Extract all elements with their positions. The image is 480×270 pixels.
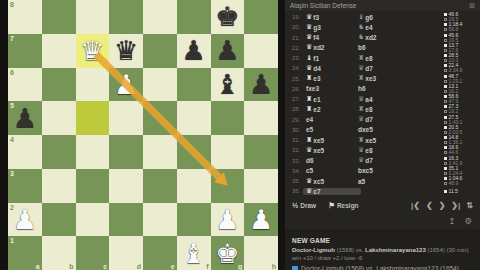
nav-first-button[interactable]: |❮ [411, 201, 420, 210]
figurine-icon: ♛ [306, 24, 312, 31]
figurine-icon: ♛ [358, 96, 364, 103]
move-text: e8 [365, 147, 372, 154]
figurine-icon: ♜ [306, 96, 312, 103]
black-clock-square-icon [444, 39, 447, 42]
white-clock-square-icon [444, 64, 447, 67]
square-d3[interactable] [109, 169, 143, 203]
black-move[interactable]: h6 [358, 85, 410, 92]
game-panel: Alapin Sicilian Defense ⊞ 19.♛f3♝g646.61… [285, 0, 480, 270]
figurine-icon: ♛ [306, 178, 312, 185]
black-move[interactable]: ♜e8 [358, 55, 410, 62]
figurine-icon: ♜ [306, 137, 312, 144]
square-g8[interactable]: ♚ [211, 0, 245, 34]
white-player-rating: (1568) [337, 247, 354, 253]
square-a5[interactable]: 5♟ [8, 101, 42, 135]
move-text: fxe3 [306, 85, 319, 92]
move-text: xe5 [313, 147, 324, 154]
piece-white-pawn[interactable]: ♟ [109, 68, 143, 102]
move-number: 24. [292, 65, 306, 71]
settings-gear-icon[interactable]: ⚙ [464, 216, 472, 226]
black-move[interactable]: ♝g6 [358, 14, 410, 21]
black-player-name[interactable]: Lakshminarayana123 [365, 247, 426, 253]
white-clock-square-icon [444, 116, 447, 119]
move-times: 22.43:34.9 [444, 63, 476, 73]
square-h2[interactable]: ♟ [244, 203, 278, 237]
square-a8[interactable]: 8 [8, 0, 42, 34]
figurine-icon: ♞ [358, 24, 364, 31]
black-clock-square-icon [444, 80, 447, 83]
square-g3[interactable] [211, 169, 245, 203]
move-number: 19. [292, 14, 306, 20]
move-text: c7 [313, 188, 320, 195]
figurine-icon: ♛ [306, 14, 312, 21]
move-row: 32.♛xe5♛e818.644.6 [285, 145, 480, 155]
move-text: g3 [313, 24, 321, 31]
move-text: xd2 [365, 34, 376, 41]
white-player-name[interactable]: Doctor-Ligmuh [292, 247, 335, 253]
black-move[interactable]: ♜e8 [358, 106, 410, 113]
move-text: e5 [306, 126, 313, 133]
move-text: e3 [313, 75, 320, 82]
move-number: 32. [292, 147, 306, 153]
white-clock-square-icon [444, 136, 447, 139]
white-move[interactable]: e4 [306, 116, 358, 123]
black-clock-square-icon [444, 49, 447, 52]
white-move[interactable]: ♜e2 [306, 106, 358, 113]
file-label-a: a [36, 263, 40, 270]
black-clock-square-icon [444, 110, 447, 113]
figurine-icon: ♜ [306, 106, 312, 113]
square-g5[interactable] [211, 101, 245, 135]
piece-black-pawn[interactable]: ♟ [8, 101, 42, 135]
move-times: 11.5 [444, 189, 476, 194]
piece-black-bishop[interactable]: ♝ [211, 68, 245, 102]
move-text: d6 [306, 157, 314, 164]
black-clock-square-icon [444, 162, 447, 165]
piece-black-queen[interactable]: ♛ [109, 34, 143, 68]
file-label-b: b [69, 263, 73, 270]
white-move[interactable]: e5 [306, 126, 358, 133]
square-h7[interactable] [244, 34, 278, 68]
utility-icons-row: ↥ ⚙ [285, 213, 480, 229]
black-move[interactable]: ♛d7 [358, 65, 410, 72]
white-move[interactable]: ♜xe5 [306, 137, 358, 144]
white-clock-square-icon [444, 54, 447, 57]
piece-white-queen[interactable]: ♛ [76, 34, 110, 68]
square-e5[interactable] [143, 101, 177, 135]
file-label-d: d [137, 263, 141, 270]
square-b8[interactable] [42, 0, 76, 34]
black-clock-square-icon [444, 59, 447, 62]
square-c6[interactable] [76, 68, 110, 102]
move-number: 26. [292, 86, 306, 92]
move-number: 34. [292, 168, 306, 174]
piece-black-pawn[interactable]: ♟ [244, 68, 278, 102]
move-number: 22. [292, 45, 306, 51]
square-h5[interactable] [244, 101, 278, 135]
square-d1[interactable]: d [109, 236, 143, 270]
move-number: 31. [292, 137, 306, 143]
move-list: 19.♛f3♝g646.619.520.♛g3♞e41:18.459.821.♛… [285, 11, 480, 198]
square-e6[interactable] [143, 68, 177, 102]
black-move[interactable]: ♜xe5 [358, 137, 410, 144]
rank-label-3: 3 [10, 170, 14, 177]
move-number: 28. [292, 106, 306, 112]
square-d4[interactable] [109, 135, 143, 169]
rank-label-7: 7 [10, 35, 14, 42]
square-h3[interactable] [244, 169, 278, 203]
black-move[interactable]: b6 [358, 44, 410, 51]
move-text: e8 [365, 106, 372, 113]
resign-label: Resign [337, 202, 359, 209]
black-clock-square-icon [444, 18, 447, 21]
white-move[interactable]: ♛f4 [306, 34, 358, 41]
square-c3[interactable] [76, 169, 110, 203]
black-clock-square-icon [444, 172, 447, 175]
black-clock-square-icon [444, 100, 447, 103]
square-g7[interactable]: ♟ [211, 34, 245, 68]
square-f5[interactable] [177, 101, 211, 135]
move-text: a4 [365, 96, 372, 103]
rank-label-1: 1 [10, 237, 14, 244]
piece-white-pawn[interactable]: ♟ [8, 203, 42, 237]
square-f2[interactable] [177, 203, 211, 237]
white-move[interactable]: ♛c7 [303, 188, 361, 195]
square-g2[interactable]: ♟ [211, 203, 245, 237]
square-d5[interactable] [109, 101, 143, 135]
white-move[interactable]: ♛g3 [306, 24, 358, 31]
opening-header: Alapin Sicilian Defense ⊞ [285, 0, 480, 11]
square-d6[interactable]: ♟ [109, 68, 143, 102]
move-text: g6 [365, 14, 373, 21]
time-value: 48.9 [449, 181, 459, 186]
square-g1[interactable]: g♚ [211, 236, 245, 270]
matchup-line: Doctor-Ligmuh (1568) vs. Lakshminarayana… [292, 247, 473, 253]
square-h8[interactable] [244, 0, 278, 34]
black-clock-square-icon [444, 69, 447, 72]
black-move[interactable]: ♛d7 [358, 157, 410, 164]
flip-board-button[interactable]: ⇅ [466, 201, 473, 210]
new-game-section: NEW GAME Doctor-Ligmuh (1568) vs. Lakshm… [285, 229, 480, 270]
square-d2[interactable] [109, 203, 143, 237]
figurine-icon: ♛ [306, 44, 312, 51]
square-e4[interactable] [143, 135, 177, 169]
half-point-icon: ½ [292, 201, 298, 210]
square-a6[interactable]: 6 [8, 68, 42, 102]
black-move[interactable]: a5 [358, 178, 410, 185]
rank-label-4: 4 [10, 136, 14, 143]
opening-book-icon[interactable]: ⊞ [469, 2, 475, 10]
move-text: d7 [365, 157, 373, 164]
black-move[interactable]: dxe5 [358, 126, 410, 133]
time-control: (30 min) [446, 247, 468, 253]
white-clock-square-icon [444, 44, 447, 47]
move-text: e8 [365, 55, 372, 62]
white-clock-square-icon [444, 146, 447, 149]
square-b1[interactable]: b [42, 236, 76, 270]
move-number: 25. [292, 76, 306, 82]
rank-label-8: 8 [10, 1, 14, 8]
white-move[interactable]: d6 [306, 157, 358, 164]
nav-last-button[interactable]: ❯| [451, 201, 460, 210]
challenge-type-icon [292, 266, 298, 270]
move-text: xd2 [313, 44, 324, 51]
move-text: d7 [365, 65, 373, 72]
square-h6[interactable]: ♟ [244, 68, 278, 102]
share-icon[interactable]: ↥ [448, 216, 455, 226]
move-text: b6 [358, 44, 366, 51]
square-d8[interactable] [109, 0, 143, 34]
nav-prev-button[interactable]: ❮ [426, 201, 433, 210]
figurine-icon: ♞ [358, 34, 364, 41]
move-number: 35. [292, 178, 306, 184]
square-f6[interactable] [177, 68, 211, 102]
white-clock-square-icon [444, 167, 447, 170]
white-move[interactable]: c5 [306, 167, 358, 174]
move-text: bxc5 [358, 167, 373, 174]
draw-button[interactable]: ½ Draw [292, 201, 316, 210]
resign-button[interactable]: ⚑ Resign [328, 201, 358, 210]
square-e7[interactable] [143, 34, 177, 68]
figurine-icon: ♜ [358, 137, 364, 144]
square-b4[interactable] [42, 135, 76, 169]
file-label-e: e [171, 263, 175, 270]
square-b2[interactable] [42, 203, 76, 237]
challenge-text: Doctor-Ligmuh (1568) vs. Lakshminarayana… [301, 265, 459, 270]
move-number: 33. [292, 158, 306, 164]
figurine-icon: ♛ [306, 147, 312, 154]
figurine-icon: ♜ [358, 55, 364, 62]
square-c4[interactable] [76, 135, 110, 169]
move-row: 36.♛c711.5 [285, 186, 480, 196]
white-move[interactable]: ♝f1 [306, 55, 358, 62]
move-text: e4 [306, 116, 313, 123]
move-number: 30. [292, 127, 306, 133]
figurine-icon: ♝ [358, 14, 364, 21]
black-move[interactable]: bxc5 [358, 167, 410, 174]
move-number: 21. [292, 35, 306, 41]
nav-next-button[interactable]: ❯ [439, 201, 446, 210]
square-f3[interactable] [177, 169, 211, 203]
figurine-icon: ♛ [358, 116, 364, 123]
piece-black-pawn[interactable]: ♟ [177, 34, 211, 68]
white-move-time: 11.5 [444, 189, 476, 194]
white-move[interactable]: fxe3 [306, 85, 358, 92]
figurine-icon: ♛ [306, 34, 312, 41]
white-clock-square-icon [444, 105, 447, 108]
square-e1[interactable]: e [143, 236, 177, 270]
vs-label: vs. [356, 247, 364, 253]
move-number: 23. [292, 55, 306, 61]
move-times: 18.644.6 [444, 145, 476, 155]
figurine-icon: ♛ [358, 147, 364, 154]
square-c1[interactable]: c [76, 236, 110, 270]
white-clock-square-icon [444, 95, 447, 98]
square-g4[interactable] [211, 135, 245, 169]
black-move[interactable]: ♛e8 [358, 147, 410, 154]
move-text: dxe5 [358, 126, 373, 133]
square-a3[interactable]: 3 [8, 169, 42, 203]
square-b7[interactable] [42, 34, 76, 68]
white-clock-square-icon [444, 126, 447, 129]
square-c7[interactable]: ♛ [76, 34, 110, 68]
draw-label: Draw [300, 202, 316, 209]
white-clock-square-icon [444, 75, 447, 78]
white-move[interactable]: ♛f3 [306, 14, 358, 21]
white-move[interactable]: ♛xe5 [306, 147, 358, 154]
black-clock-square-icon [444, 131, 447, 134]
figurine-icon: ♛ [306, 188, 312, 195]
figurine-icon: ♛ [306, 65, 312, 72]
move-text: xc5 [313, 178, 324, 185]
white-clock-square-icon [444, 34, 447, 37]
move-times: 27.319.2 [444, 104, 476, 114]
move-row: 28.♜e2♜e827.319.2 [285, 104, 480, 114]
square-a7[interactable]: 7 [8, 34, 42, 68]
square-b6[interactable] [42, 68, 76, 102]
file-label-c: c [103, 263, 107, 270]
square-c8[interactable] [76, 0, 110, 34]
move-text: d4 [313, 65, 321, 72]
move-text: d7 [365, 116, 373, 123]
white-clock-square-icon [444, 190, 447, 193]
black-move[interactable]: ♜xe3 [358, 75, 410, 82]
white-move[interactable]: ♜e1 [306, 96, 358, 103]
square-b3[interactable] [42, 169, 76, 203]
square-b5[interactable] [42, 101, 76, 135]
move-text: e2 [313, 106, 320, 113]
square-f1[interactable]: f♝ [177, 236, 211, 270]
move-row: 35.♛xc5a51:04.648.9 [285, 176, 480, 186]
black-move[interactable]: ♞xd2 [358, 34, 410, 41]
stakes-line: win +10 / draw +2 / lose -6 [292, 255, 473, 261]
black-move[interactable]: ♛d7 [358, 116, 410, 123]
move-number: 27. [292, 96, 306, 102]
square-g6[interactable]: ♝ [211, 68, 245, 102]
move-text: f3 [313, 14, 319, 21]
rank-label-6: 6 [10, 69, 14, 76]
figurine-icon: ♜ [358, 106, 364, 113]
action-bar: ½ Draw ⚑ Resign |❮ ❮ ❯ ❯| ⇅ [285, 198, 480, 213]
square-h4[interactable] [244, 135, 278, 169]
square-a1[interactable]: 1a [8, 236, 42, 270]
opening-name: Alapin Sicilian Defense [290, 2, 469, 9]
playback-controls: |❮ ❮ ❯ ❯| ⇅ [411, 201, 473, 210]
piece-white-bishop[interactable]: ♝ [177, 236, 211, 270]
white-clock-square-icon [444, 157, 447, 160]
move-text: h6 [358, 85, 366, 92]
white-move[interactable]: ♛d4 [306, 65, 358, 72]
white-move[interactable]: ♜e3 [306, 75, 358, 82]
black-clock-square-icon [444, 121, 447, 124]
piece-white-king[interactable]: ♚ [211, 236, 245, 270]
file-label-h: h [272, 263, 276, 270]
figurine-icon: ♝ [306, 55, 312, 62]
move-row: 20.♛g3♞e41:18.459.8 [285, 22, 480, 32]
white-clock-square-icon [444, 177, 447, 180]
white-move[interactable]: ♛xd2 [306, 44, 358, 51]
black-clock-square-icon [444, 28, 447, 31]
square-f4[interactable] [177, 135, 211, 169]
piece-black-king[interactable]: ♚ [211, 0, 245, 34]
square-f8[interactable] [177, 0, 211, 34]
chess-board[interactable]: 8♚7♛♛♟♟6♟♝♟5♟432♟♟♟1abcdef♝g♚h [8, 0, 278, 270]
move-text: xe5 [313, 137, 324, 144]
square-e2[interactable] [143, 203, 177, 237]
time-value: 11.5 [449, 189, 458, 194]
move-text: f1 [313, 55, 319, 62]
figurine-icon: ♜ [306, 75, 312, 82]
move-number: 29. [292, 117, 306, 123]
square-d7[interactable]: ♛ [109, 34, 143, 68]
move-text: c5 [306, 167, 313, 174]
square-a4[interactable]: 4 [8, 135, 42, 169]
piece-black-pawn[interactable]: ♟ [211, 34, 245, 68]
pending-challenge-row[interactable]: Doctor-Ligmuh (1568) vs. Lakshminarayana… [292, 265, 473, 270]
move-text: f4 [313, 34, 319, 41]
square-e3[interactable] [143, 169, 177, 203]
move-text: xe3 [365, 75, 376, 82]
new-game-heading: NEW GAME [292, 237, 473, 244]
figurine-icon: ♛ [358, 65, 364, 72]
square-a2[interactable]: 2♟ [8, 203, 42, 237]
black-clock-square-icon [444, 182, 447, 185]
move-row: 24.♛d4♛d722.43:34.9 [285, 63, 480, 73]
black-clock-square-icon [444, 141, 447, 144]
white-clock-square-icon [444, 85, 447, 88]
black-clock-square-icon [444, 151, 447, 154]
black-clock-square-icon [444, 90, 447, 93]
square-c2[interactable] [76, 203, 110, 237]
black-player-rating: (1654) [427, 247, 444, 253]
move-text: xe5 [365, 137, 376, 144]
figurine-icon: ♛ [358, 157, 364, 164]
move-number: 20. [292, 24, 306, 30]
black-move[interactable]: ♛a4 [358, 96, 410, 103]
square-c5[interactable] [76, 101, 110, 135]
square-e8[interactable] [143, 0, 177, 34]
move-text: e4 [365, 24, 372, 31]
square-h1[interactable]: h [244, 236, 278, 270]
move-text: a5 [358, 178, 365, 185]
move-times: 1:04.648.9 [444, 176, 476, 186]
move-text: e1 [313, 96, 320, 103]
white-move[interactable]: ♛xc5 [306, 178, 358, 185]
piece-white-pawn[interactable]: ♟ [244, 203, 278, 237]
white-clock-square-icon [444, 23, 447, 26]
piece-white-pawn[interactable]: ♟ [211, 203, 245, 237]
white-clock-square-icon [444, 13, 447, 16]
move-times: 1:18.459.8 [444, 22, 476, 32]
black-move[interactable]: ♞e4 [358, 24, 410, 31]
flag-icon: ⚑ [328, 201, 335, 210]
chess-app-window: 8♚7♛♛♟♟6♟♝♟5♟432♟♟♟1abcdef♝g♚h Alapin Si… [0, 0, 480, 270]
square-f7[interactable]: ♟ [177, 34, 211, 68]
black-move-time: 48.9 [444, 181, 476, 186]
figurine-icon: ♜ [358, 75, 364, 82]
